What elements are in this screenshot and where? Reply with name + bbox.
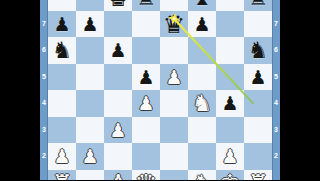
square-b3[interactable] [76, 117, 104, 144]
square-a1[interactable]: ♜ [48, 170, 76, 181]
square-h8[interactable]: ♜ [244, 0, 272, 11]
square-f3[interactable] [188, 117, 216, 144]
square-e3[interactable] [160, 117, 188, 144]
square-b1[interactable] [76, 170, 104, 181]
chess-thumbnail: ♚♜♝♜♟♟♛♟♞♟♞♟♟♟♟♞♟♟♟♟♟♜♝♛♞♚♜ 887766554433… [0, 0, 320, 180]
square-g2[interactable]: ♟ [216, 143, 244, 170]
piece-white-pawn[interactable]: ♟ [48, 143, 76, 170]
square-d1[interactable]: ♛ [132, 170, 160, 181]
square-e5[interactable]: ♟ [160, 64, 188, 91]
piece-black-pawn[interactable]: ♟ [188, 11, 216, 38]
square-c6[interactable]: ♟ [104, 37, 132, 64]
piece-white-knight[interactable]: ♞ [188, 170, 216, 181]
rank-label-4: 4 [272, 99, 280, 107]
square-e2[interactable] [160, 143, 188, 170]
piece-black-pawn[interactable]: ♟ [244, 64, 272, 91]
rank-label-5: 5 [40, 73, 48, 81]
square-c8[interactable]: ♚ [104, 0, 132, 11]
square-c2[interactable] [104, 143, 132, 170]
piece-white-king[interactable]: ♚ [216, 170, 244, 181]
rank-label-2: 2 [272, 152, 280, 160]
square-g8[interactable] [216, 0, 244, 11]
rank-label-3: 3 [40, 126, 48, 134]
square-e4[interactable] [160, 90, 188, 117]
rank-label-5: 5 [272, 73, 280, 81]
square-b8[interactable] [76, 0, 104, 11]
piece-white-rook[interactable]: ♜ [244, 170, 272, 181]
piece-black-knight[interactable]: ♞ [48, 37, 76, 64]
piece-white-pawn[interactable]: ♟ [104, 117, 132, 144]
square-f6[interactable] [188, 37, 216, 64]
piece-black-rook[interactable]: ♜ [132, 0, 160, 11]
square-h5[interactable]: ♟ [244, 64, 272, 91]
piece-black-pawn[interactable]: ♟ [216, 90, 244, 117]
square-d3[interactable] [132, 117, 160, 144]
rank-label-8: 8 [40, 0, 48, 1]
square-g5[interactable] [216, 64, 244, 91]
piece-white-pawn[interactable]: ♟ [160, 64, 188, 91]
square-d8[interactable]: ♜ [132, 0, 160, 11]
square-d6[interactable] [132, 37, 160, 64]
piece-black-queen[interactable]: ♛ [160, 11, 188, 38]
square-c5[interactable] [104, 64, 132, 91]
square-h7[interactable] [244, 11, 272, 38]
rank-label-8: 8 [272, 0, 280, 1]
square-f1[interactable]: ♞ [188, 170, 216, 181]
square-d5[interactable]: ♟ [132, 64, 160, 91]
square-a4[interactable] [48, 90, 76, 117]
square-a2[interactable]: ♟ [48, 143, 76, 170]
piece-white-bishop[interactable]: ♝ [104, 170, 132, 181]
piece-black-king[interactable]: ♚ [104, 0, 132, 11]
piece-black-bishop[interactable]: ♝ [188, 0, 216, 11]
square-h3[interactable] [244, 117, 272, 144]
rank-label-1: 1 [40, 179, 48, 180]
square-h6[interactable]: ♞ [244, 37, 272, 64]
square-f8[interactable]: ♝ [188, 0, 216, 11]
square-g7[interactable] [216, 11, 244, 38]
piece-white-knight[interactable]: ♞ [188, 90, 216, 117]
chess-board: ♚♜♝♜♟♟♛♟♞♟♞♟♟♟♟♞♟♟♟♟♟♜♝♛♞♚♜ [48, 0, 272, 180]
square-b2[interactable]: ♟ [76, 143, 104, 170]
piece-black-pawn[interactable]: ♟ [104, 37, 132, 64]
square-h4[interactable] [244, 90, 272, 117]
square-g1[interactable]: ♚ [216, 170, 244, 181]
square-a6[interactable]: ♞ [48, 37, 76, 64]
square-b6[interactable] [76, 37, 104, 64]
square-g6[interactable] [216, 37, 244, 64]
square-a3[interactable] [48, 117, 76, 144]
square-e7[interactable]: ♛ [160, 11, 188, 38]
piece-white-pawn[interactable]: ♟ [76, 143, 104, 170]
square-c4[interactable] [104, 90, 132, 117]
square-a7[interactable]: ♟ [48, 11, 76, 38]
rank-label-4: 4 [40, 99, 48, 107]
square-f5[interactable] [188, 64, 216, 91]
square-e1[interactable] [160, 170, 188, 181]
rank-label-6: 6 [272, 46, 280, 54]
square-c1[interactable]: ♝ [104, 170, 132, 181]
square-d4[interactable]: ♟ [132, 90, 160, 117]
piece-white-pawn[interactable]: ♟ [216, 143, 244, 170]
square-c3[interactable]: ♟ [104, 117, 132, 144]
piece-white-pawn[interactable]: ♟ [132, 90, 160, 117]
rank-label-6: 6 [40, 46, 48, 54]
square-d2[interactable] [132, 143, 160, 170]
rank-label-1: 1 [272, 179, 280, 180]
piece-white-rook[interactable]: ♜ [48, 170, 76, 181]
rank-label-2: 2 [40, 152, 48, 160]
piece-black-pawn[interactable]: ♟ [76, 11, 104, 38]
square-h1[interactable]: ♜ [244, 170, 272, 181]
piece-black-pawn[interactable]: ♟ [132, 64, 160, 91]
rank-label-7: 7 [272, 20, 280, 28]
square-f4[interactable]: ♞ [188, 90, 216, 117]
piece-black-rook[interactable]: ♜ [244, 0, 272, 11]
square-c7[interactable] [104, 11, 132, 38]
square-f2[interactable] [188, 143, 216, 170]
square-b7[interactable]: ♟ [76, 11, 104, 38]
square-b5[interactable] [76, 64, 104, 91]
piece-white-queen[interactable]: ♛ [132, 170, 160, 181]
rank-label-7: 7 [40, 20, 48, 28]
square-e8[interactable] [160, 0, 188, 11]
square-g4[interactable]: ♟ [216, 90, 244, 117]
square-e6[interactable] [160, 37, 188, 64]
square-h2[interactable] [244, 143, 272, 170]
piece-black-pawn[interactable]: ♟ [48, 11, 76, 38]
square-a8[interactable] [48, 0, 76, 11]
square-d7[interactable] [132, 11, 160, 38]
piece-black-knight[interactable]: ♞ [244, 37, 272, 64]
square-f7[interactable]: ♟ [188, 11, 216, 38]
rank-label-3: 3 [272, 126, 280, 134]
square-a5[interactable] [48, 64, 76, 91]
square-g3[interactable] [216, 117, 244, 144]
square-b4[interactable] [76, 90, 104, 117]
